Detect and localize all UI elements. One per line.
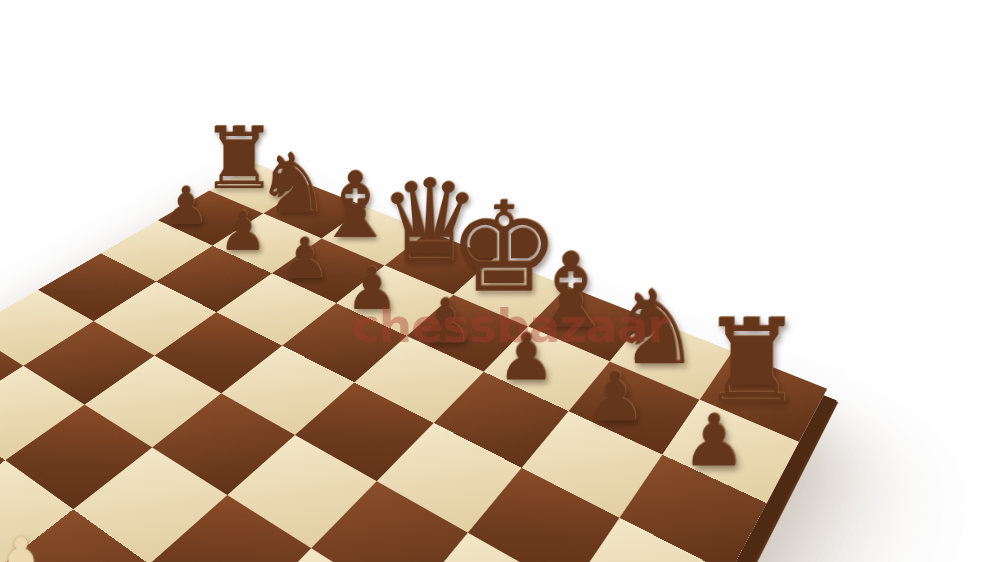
board-scene: ♜♞♝♛♚♝♞♜♟♟♟♟♟♟♟♟♟♟♟♟♟♟♟♟♜♞♝♛♚♝♞♜ bbox=[0, 0, 1000, 562]
piece-dark-pawn-h7[interactable]: ♟ bbox=[661, 406, 766, 477]
piece-dark-pawn-e7[interactable]: ♟ bbox=[400, 291, 490, 352]
chess-board[interactable]: ♜♞♝♛♚♝♞♜♟♟♟♟♟♟♟♟♟♟♟♟♟♟♟♟♜♞♝♛♚♝♞♜ bbox=[0, 163, 827, 562]
piece-dark-pawn-g7[interactable]: ♟ bbox=[565, 364, 665, 432]
piece-dark-pawn-f7[interactable]: ♟ bbox=[479, 326, 574, 390]
photo-stage: ♜♞♝♛♚♝♞♜♟♟♟♟♟♟♟♟♟♟♟♟♟♟♟♟♜♞♝♛♚♝♞♜ chessba… bbox=[0, 0, 1000, 562]
